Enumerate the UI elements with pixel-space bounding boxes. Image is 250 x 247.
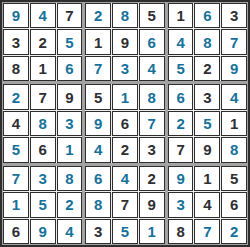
sudoku-box-7: 738152694 xyxy=(3,166,82,244)
cell-r4c8[interactable]: 3 xyxy=(194,84,220,109)
sudoku-box-8: 642879351 xyxy=(85,166,164,244)
sudoku-box-1: 947325816 xyxy=(3,3,82,81)
cell-r7c5[interactable]: 4 xyxy=(112,166,138,191)
cell-r4c2[interactable]: 7 xyxy=(30,84,56,109)
cell-r2c5[interactable]: 9 xyxy=(112,29,138,54)
cell-r5c5[interactable]: 6 xyxy=(112,111,138,136)
cell-r3c3[interactable]: 6 xyxy=(57,56,83,81)
cell-r2c8[interactable]: 8 xyxy=(194,29,220,54)
cell-r5c1[interactable]: 4 xyxy=(3,111,29,136)
cell-r6c6[interactable]: 3 xyxy=(139,137,165,162)
sudoku-box-9: 915346872 xyxy=(168,166,247,244)
cell-r7c9[interactable]: 5 xyxy=(221,166,247,191)
cell-r2c3[interactable]: 5 xyxy=(57,29,83,54)
cell-r6c1[interactable]: 5 xyxy=(3,137,29,162)
cell-r3c1[interactable]: 8 xyxy=(3,56,29,81)
cell-r5c6[interactable]: 7 xyxy=(139,111,165,136)
cell-r4c5[interactable]: 1 xyxy=(112,84,138,109)
cell-r4c4[interactable]: 5 xyxy=(85,84,111,109)
cell-r6c9[interactable]: 8 xyxy=(221,137,247,162)
cell-r8c9[interactable]: 6 xyxy=(221,192,247,217)
cell-r1c1[interactable]: 9 xyxy=(3,3,29,28)
cell-r2c4[interactable]: 1 xyxy=(85,29,111,54)
cell-r7c6[interactable]: 2 xyxy=(139,166,165,191)
cell-r6c4[interactable]: 4 xyxy=(85,137,111,162)
cell-r1c3[interactable]: 7 xyxy=(57,3,83,28)
cell-r9c8[interactable]: 7 xyxy=(194,219,220,244)
cell-r9c3[interactable]: 4 xyxy=(57,219,83,244)
cell-r6c7[interactable]: 7 xyxy=(168,137,194,162)
cell-r8c6[interactable]: 9 xyxy=(139,192,165,217)
cell-r5c7[interactable]: 2 xyxy=(168,111,194,136)
cell-r7c4[interactable]: 6 xyxy=(85,166,111,191)
cell-r8c2[interactable]: 5 xyxy=(30,192,56,217)
cell-r7c8[interactable]: 1 xyxy=(194,166,220,191)
cell-r3c2[interactable]: 1 xyxy=(30,56,56,81)
cell-r1c7[interactable]: 1 xyxy=(168,3,194,28)
cell-r5c8[interactable]: 5 xyxy=(194,111,220,136)
cell-r3c4[interactable]: 7 xyxy=(85,56,111,81)
cell-r7c1[interactable]: 7 xyxy=(3,166,29,191)
cell-r5c4[interactable]: 9 xyxy=(85,111,111,136)
cell-r3c5[interactable]: 3 xyxy=(112,56,138,81)
cell-r9c1[interactable]: 6 xyxy=(3,219,29,244)
cell-r7c3[interactable]: 8 xyxy=(57,166,83,191)
cell-r5c3[interactable]: 3 xyxy=(57,111,83,136)
cell-r3c7[interactable]: 5 xyxy=(168,56,194,81)
cell-r2c1[interactable]: 3 xyxy=(3,29,29,54)
cell-r5c9[interactable]: 1 xyxy=(221,111,247,136)
sudoku-box-6: 634251798 xyxy=(168,84,247,162)
cell-r2c9[interactable]: 7 xyxy=(221,29,247,54)
cell-r2c6[interactable]: 6 xyxy=(139,29,165,54)
cell-r6c5[interactable]: 2 xyxy=(112,137,138,162)
cell-r2c2[interactable]: 2 xyxy=(30,29,56,54)
cell-r3c8[interactable]: 2 xyxy=(194,56,220,81)
cell-r9c5[interactable]: 5 xyxy=(112,219,138,244)
cell-r8c1[interactable]: 1 xyxy=(3,192,29,217)
cell-r1c8[interactable]: 6 xyxy=(194,3,220,28)
cell-r6c2[interactable]: 6 xyxy=(30,137,56,162)
cell-r4c1[interactable]: 2 xyxy=(3,84,29,109)
sudoku-box-5: 518967423 xyxy=(85,84,164,162)
cell-r1c9[interactable]: 3 xyxy=(221,3,247,28)
cell-r1c5[interactable]: 8 xyxy=(112,3,138,28)
sudoku-board: 9473258162851967341634875292794835615189… xyxy=(0,0,250,247)
cell-r9c2[interactable]: 9 xyxy=(30,219,56,244)
cell-r1c4[interactable]: 2 xyxy=(85,3,111,28)
cell-r9c4[interactable]: 3 xyxy=(85,219,111,244)
cell-r1c6[interactable]: 5 xyxy=(139,3,165,28)
sudoku-box-3: 163487529 xyxy=(168,3,247,81)
cell-r7c2[interactable]: 3 xyxy=(30,166,56,191)
cell-r8c5[interactable]: 7 xyxy=(112,192,138,217)
sudoku-box-2: 285196734 xyxy=(85,3,164,81)
sudoku-box-4: 279483561 xyxy=(3,84,82,162)
cell-r4c7[interactable]: 6 xyxy=(168,84,194,109)
cell-r4c9[interactable]: 4 xyxy=(221,84,247,109)
cell-r8c3[interactable]: 2 xyxy=(57,192,83,217)
cell-r8c4[interactable]: 8 xyxy=(85,192,111,217)
cell-r9c9[interactable]: 2 xyxy=(221,219,247,244)
cell-r6c3[interactable]: 1 xyxy=(57,137,83,162)
cell-r8c8[interactable]: 4 xyxy=(194,192,220,217)
cell-r4c3[interactable]: 9 xyxy=(57,84,83,109)
cell-r4c6[interactable]: 8 xyxy=(139,84,165,109)
cell-r2c7[interactable]: 4 xyxy=(168,29,194,54)
cell-r6c8[interactable]: 9 xyxy=(194,137,220,162)
cell-r3c9[interactable]: 9 xyxy=(221,56,247,81)
cell-r8c7[interactable]: 3 xyxy=(168,192,194,217)
cell-r5c2[interactable]: 8 xyxy=(30,111,56,136)
cell-r7c7[interactable]: 9 xyxy=(168,166,194,191)
cell-r9c6[interactable]: 1 xyxy=(139,219,165,244)
cell-r9c7[interactable]: 8 xyxy=(168,219,194,244)
cell-r1c2[interactable]: 4 xyxy=(30,3,56,28)
cell-r3c6[interactable]: 4 xyxy=(139,56,165,81)
